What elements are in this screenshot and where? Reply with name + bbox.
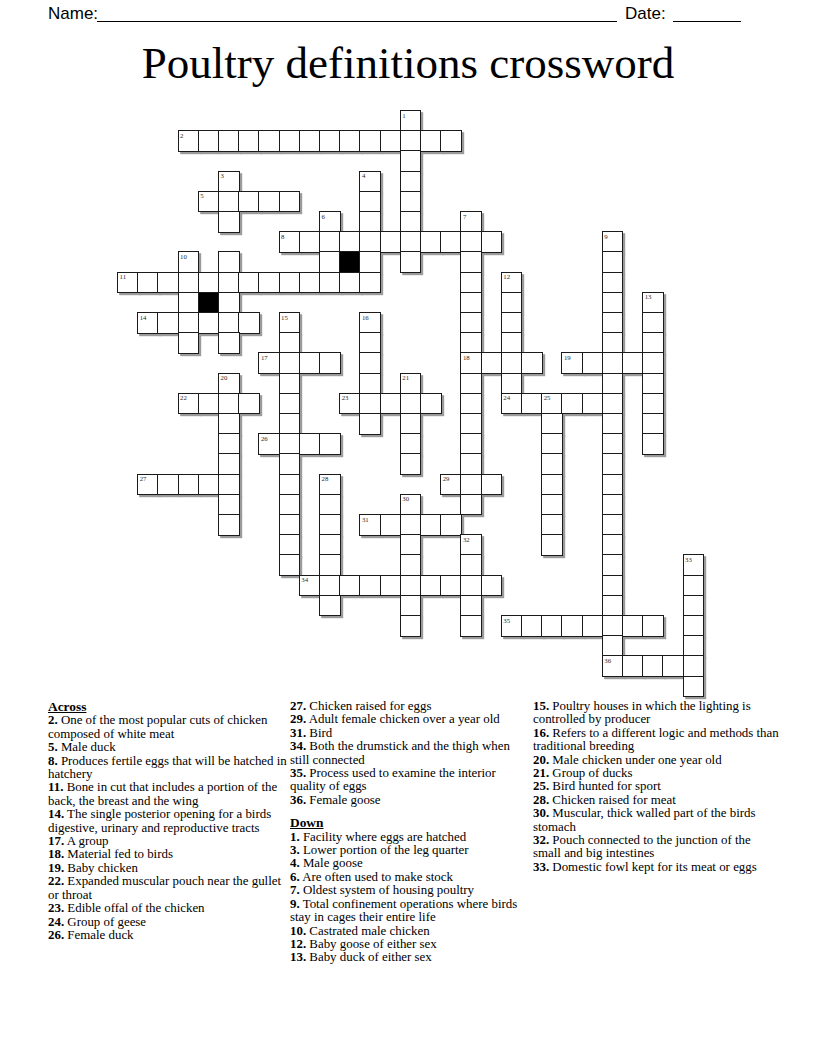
grid-cell[interactable] <box>400 615 422 637</box>
grid-cell[interactable] <box>460 272 482 294</box>
clue-number-label: 32. <box>533 833 549 847</box>
grid-cell[interactable] <box>218 433 240 455</box>
grid-cell[interactable] <box>198 130 220 152</box>
grid-cell[interactable] <box>440 514 462 536</box>
grid-cell[interactable] <box>460 332 482 354</box>
grid-cell[interactable]: 26 <box>258 433 280 455</box>
clue: 25. Bird hunted for sport <box>533 780 781 793</box>
grid-cell[interactable] <box>279 534 301 556</box>
clue: 5. Male duck <box>48 741 291 754</box>
grid-cell[interactable]: 17 <box>258 352 280 374</box>
grid-cell[interactable]: 22 <box>178 393 200 415</box>
grid-cell[interactable]: 3 <box>218 171 240 193</box>
grid-cell[interactable] <box>178 332 200 354</box>
grid-cell[interactable]: 2 <box>178 130 200 152</box>
grid-cell[interactable] <box>541 453 563 475</box>
grid-cell[interactable] <box>460 575 482 597</box>
grid-cell[interactable] <box>400 595 422 617</box>
cell-number: 16 <box>362 314 369 322</box>
cell-number: 18 <box>463 354 470 362</box>
grid-cell[interactable] <box>279 433 301 455</box>
grid-cell[interactable] <box>521 393 543 415</box>
clue: 21. Group of ducks <box>533 767 781 780</box>
grid-cell[interactable]: 30 <box>400 494 422 516</box>
grid-cell[interactable] <box>319 231 341 253</box>
grid-cell[interactable] <box>420 231 442 253</box>
clue: 27. Chicken raised for eggs <box>290 700 530 713</box>
date-input-line[interactable] <box>673 4 741 22</box>
cell-number: 27 <box>140 475 147 483</box>
grid-cell[interactable] <box>238 312 260 334</box>
grid-cell[interactable] <box>218 474 240 496</box>
clue-number-label: 14. <box>48 807 64 821</box>
clue: 14. The single posterior opening for a b… <box>48 808 291 835</box>
clue: 26. Female duck <box>48 929 291 942</box>
grid-cell[interactable] <box>642 433 664 455</box>
grid-cell[interactable] <box>218 272 240 294</box>
grid-cell[interactable] <box>359 393 381 415</box>
cell-number: 23 <box>342 394 349 402</box>
clue-column-1: Across2. One of the most popular cuts of… <box>48 700 291 942</box>
grid-cell[interactable] <box>561 393 583 415</box>
grid-cell[interactable] <box>400 251 422 273</box>
grid-cell[interactable] <box>359 211 381 233</box>
cell-number: 21 <box>402 374 409 382</box>
grid-cell[interactable] <box>198 272 220 294</box>
grid-cell[interactable] <box>279 373 301 395</box>
grid-cell[interactable] <box>460 433 482 455</box>
clue-number-label: 6. <box>290 870 300 884</box>
grid-cell[interactable]: 11 <box>117 272 139 294</box>
grid-cell[interactable] <box>481 474 503 496</box>
grid-cell[interactable] <box>319 514 341 536</box>
grid-cell[interactable] <box>440 231 462 253</box>
grid-cell[interactable] <box>279 554 301 576</box>
grid-cell[interactable] <box>602 595 624 617</box>
grid-cell[interactable] <box>622 352 644 374</box>
grid-cell[interactable] <box>339 231 361 253</box>
cell-number: 36 <box>604 657 611 665</box>
grid-cell[interactable]: 10 <box>178 251 200 273</box>
grid-cell[interactable]: 31 <box>359 514 381 536</box>
grid-cell[interactable] <box>380 514 402 536</box>
grid-cell[interactable]: 4 <box>359 171 381 193</box>
grid-cell[interactable] <box>460 615 482 637</box>
grid-cell[interactable]: 23 <box>339 393 361 415</box>
grid-cell[interactable] <box>400 575 422 597</box>
grid-cell[interactable] <box>602 554 624 576</box>
grid-cell[interactable] <box>602 373 624 395</box>
cell-number: 10 <box>180 253 187 261</box>
grid-cell[interactable] <box>602 312 624 334</box>
cell-number: 6 <box>322 213 325 221</box>
grid-cell[interactable]: 5 <box>198 191 220 213</box>
grid-cell[interactable]: 12 <box>501 272 523 294</box>
clue-number-label: 12. <box>290 937 306 951</box>
grid-cell[interactable] <box>319 130 341 152</box>
grid-cell[interactable] <box>400 211 422 233</box>
grid-cell[interactable] <box>218 494 240 516</box>
grid-cell[interactable] <box>481 352 503 374</box>
grid-cell[interactable] <box>642 655 664 677</box>
grid-cell[interactable] <box>602 393 624 415</box>
grid-cell[interactable] <box>541 494 563 516</box>
cell-number: 29 <box>443 475 450 483</box>
grid-cell[interactable] <box>460 595 482 617</box>
grid-cell[interactable] <box>683 595 705 617</box>
grid-cell[interactable] <box>258 272 280 294</box>
grid-cell[interactable] <box>642 413 664 435</box>
grid-cell[interactable] <box>460 393 482 415</box>
grid-cell[interactable] <box>683 635 705 657</box>
clue: 28. Chicken raised for meat <box>533 794 781 807</box>
grid-cell[interactable] <box>319 534 341 556</box>
grid-cell[interactable] <box>279 494 301 516</box>
grid-cell[interactable] <box>602 615 624 637</box>
grid-cell[interactable] <box>420 393 442 415</box>
grid-cell[interactable] <box>460 373 482 395</box>
grid-cell[interactable] <box>541 615 563 637</box>
grid-cell[interactable] <box>642 312 664 334</box>
grid-cell[interactable] <box>400 191 422 213</box>
grid-cell[interactable] <box>541 413 563 435</box>
grid-cell[interactable] <box>602 514 624 536</box>
grid-cell[interactable] <box>400 130 422 152</box>
worksheet-page: Name: Date: Poultry definitions crosswor… <box>0 0 816 1056</box>
grid-cell[interactable] <box>683 655 705 677</box>
grid-cell[interactable] <box>359 231 381 253</box>
clue-number-label: 31. <box>290 726 306 740</box>
grid-cell[interactable] <box>218 130 240 152</box>
grid-cell[interactable] <box>319 352 341 374</box>
cell-number: 15 <box>281 314 288 322</box>
grid-cell[interactable] <box>460 413 482 435</box>
grid-cell[interactable] <box>258 130 280 152</box>
grid-cell[interactable] <box>602 494 624 516</box>
grid-cell[interactable] <box>602 292 624 314</box>
clue-number-label: 2. <box>48 713 58 727</box>
cell-number: 28 <box>322 475 329 483</box>
grid-cell[interactable]: 21 <box>400 373 422 395</box>
grid-cell[interactable] <box>521 615 543 637</box>
grid-cell[interactable] <box>279 393 301 415</box>
grid-cell[interactable] <box>359 352 381 374</box>
grid-cell[interactable] <box>198 312 220 334</box>
grid-cell[interactable] <box>541 433 563 455</box>
cell-number: 33 <box>685 556 692 564</box>
grid-cell[interactable] <box>218 413 240 435</box>
grid-cell[interactable] <box>319 251 341 273</box>
grid-cell[interactable] <box>157 312 179 334</box>
grid-cell[interactable] <box>683 676 705 698</box>
grid-cell[interactable] <box>380 130 402 152</box>
grid-cell[interactable] <box>279 191 301 213</box>
grid-cell[interactable]: 20 <box>218 373 240 395</box>
grid-cell[interactable]: 25 <box>541 393 563 415</box>
grid-cell[interactable] <box>238 393 260 415</box>
grid-cell[interactable] <box>319 554 341 576</box>
grid-cell[interactable] <box>541 514 563 536</box>
grid-cell[interactable] <box>359 373 381 395</box>
grid-cell[interactable] <box>400 514 422 536</box>
grid-cell[interactable] <box>218 251 240 273</box>
grid-cell[interactable]: 35 <box>501 615 523 637</box>
grid-cell[interactable] <box>440 130 462 152</box>
cell-number: 3 <box>221 172 224 180</box>
clue: 13. Baby duck of either sex <box>290 951 530 964</box>
grid-cell[interactable] <box>359 191 381 213</box>
grid-cell[interactable] <box>359 332 381 354</box>
grid-cell[interactable] <box>359 575 381 597</box>
grid-cell[interactable]: 27 <box>137 474 159 496</box>
grid-cell[interactable] <box>662 655 684 677</box>
clue: 12. Baby goose of either sex <box>290 938 530 951</box>
grid-cell[interactable] <box>501 292 523 314</box>
grid-cell[interactable]: 34 <box>299 575 321 597</box>
grid-cell[interactable] <box>460 554 482 576</box>
grid-cell[interactable] <box>218 312 240 334</box>
grid-cell[interactable] <box>642 332 664 354</box>
grid-cell[interactable] <box>602 534 624 556</box>
grid-cell[interactable]: 8 <box>279 231 301 253</box>
clue: 30. Muscular, thick walled part of the b… <box>533 807 781 834</box>
cell-number: 2 <box>180 132 183 140</box>
cell-number: 25 <box>544 394 551 402</box>
grid-cell[interactable]: 7 <box>460 211 482 233</box>
clue: 22. Expanded muscular pouch near the gul… <box>48 875 291 902</box>
grid-cell[interactable]: 13 <box>642 292 664 314</box>
grid-cell[interactable] <box>460 292 482 314</box>
grid-cell[interactable] <box>218 191 240 213</box>
grid-cell[interactable] <box>460 474 482 496</box>
grid-cell[interactable] <box>198 393 220 415</box>
clue: 9. Total confinement operations where bi… <box>290 898 530 925</box>
grid-cell[interactable] <box>400 150 422 172</box>
grid-cell[interactable] <box>238 272 260 294</box>
grid-cell[interactable] <box>279 130 301 152</box>
grid-cell[interactable] <box>460 453 482 475</box>
grid-cell[interactable] <box>339 130 361 152</box>
grid-cell[interactable] <box>602 635 624 657</box>
grid-cell[interactable] <box>582 352 604 374</box>
grid-cell[interactable] <box>218 514 240 536</box>
grid-cell[interactable] <box>400 413 422 435</box>
clue-column-3: 15. Poultry houses in which the lighting… <box>533 700 781 874</box>
grid-cell[interactable] <box>178 272 200 294</box>
grid-cell[interactable] <box>400 554 422 576</box>
grid-cell[interactable] <box>299 272 321 294</box>
cell-number: 34 <box>301 576 308 584</box>
grid-cell[interactable] <box>582 393 604 415</box>
grid-cell[interactable] <box>359 413 381 435</box>
grid-cell[interactable] <box>400 433 422 455</box>
clue-number-label: 5. <box>48 740 58 754</box>
grid-cell[interactable] <box>582 615 604 637</box>
clue-number-label: 18. <box>48 847 64 861</box>
grid-cell[interactable]: 18 <box>460 352 482 374</box>
grid-cell[interactable] <box>602 413 624 435</box>
grid-cell[interactable] <box>279 332 301 354</box>
grid-cell[interactable] <box>602 272 624 294</box>
grid-cell[interactable] <box>460 312 482 334</box>
grid-cell[interactable]: 28 <box>319 474 341 496</box>
grid-cell[interactable] <box>380 575 402 597</box>
grid-cell[interactable] <box>683 575 705 597</box>
cell-number: 13 <box>645 293 652 301</box>
clue: 32. Pouch connected to the junction of t… <box>533 834 781 861</box>
clue: 16. Refers to a different logic and meth… <box>533 727 781 754</box>
clue: 31. Bird <box>290 727 530 740</box>
grid-cell[interactable] <box>218 393 240 415</box>
cell-number: 17 <box>261 354 268 362</box>
grid-cell[interactable] <box>420 130 442 152</box>
grid-cell[interactable]: 29 <box>440 474 462 496</box>
clue-number-label: 23. <box>48 901 64 915</box>
clue-number-label: 13. <box>290 950 306 964</box>
grid-cell[interactable] <box>319 272 341 294</box>
grid-cell[interactable] <box>642 352 664 374</box>
grid-cell[interactable] <box>218 332 240 354</box>
grid-cell[interactable] <box>380 231 402 253</box>
grid-cell[interactable] <box>258 191 280 213</box>
grid-cell[interactable] <box>178 292 200 314</box>
grid-cell[interactable] <box>299 352 321 374</box>
grid-cell[interactable] <box>157 474 179 496</box>
grid-cell[interactable] <box>380 393 402 415</box>
page-title: Poultry definitions crossword <box>0 40 816 87</box>
clue-number-label: 22. <box>48 874 64 888</box>
grid-cell[interactable] <box>400 534 422 556</box>
grid-cell[interactable] <box>481 231 503 253</box>
cell-number: 14 <box>140 314 147 322</box>
grid-cell[interactable] <box>683 615 705 637</box>
grid-cell[interactable] <box>299 433 321 455</box>
grid-cell[interactable] <box>602 332 624 354</box>
grid-cell[interactable] <box>460 231 482 253</box>
grid-cell[interactable] <box>299 231 321 253</box>
grid-cell[interactable] <box>319 575 341 597</box>
grid-cell[interactable] <box>279 413 301 435</box>
grid-cell[interactable] <box>602 352 624 374</box>
grid-cell[interactable]: 6 <box>319 211 341 233</box>
grid-cell[interactable] <box>359 272 381 294</box>
cell-number: 8 <box>281 233 284 241</box>
grid-cell[interactable] <box>602 474 624 496</box>
clue-section-header: Down <box>290 815 323 830</box>
name-label: Name: <box>48 4 98 24</box>
grid-cell[interactable] <box>238 191 260 213</box>
grid-cell[interactable] <box>279 474 301 496</box>
grid-cell[interactable] <box>319 433 341 455</box>
grid-cell[interactable] <box>137 272 159 294</box>
grid-cell[interactable] <box>420 514 442 536</box>
grid-cell[interactable]: 1 <box>400 110 422 132</box>
grid-cell[interactable]: 16 <box>359 312 381 334</box>
grid-cell[interactable] <box>319 494 341 516</box>
grid-cell[interactable] <box>198 474 220 496</box>
clue-number-label: 11. <box>48 780 63 794</box>
grid-cell[interactable] <box>602 575 624 597</box>
grid-cell[interactable] <box>521 352 543 374</box>
grid-cell[interactable] <box>279 352 301 374</box>
grid-cell[interactable] <box>400 393 422 415</box>
grid-cell[interactable] <box>642 615 664 637</box>
clue-number-label: 36. <box>290 793 306 807</box>
grid-cell[interactable] <box>501 332 523 354</box>
clue: 6. Are often used to make stock <box>290 871 530 884</box>
grid-cell[interactable] <box>279 272 301 294</box>
grid-cell[interactable] <box>238 130 260 152</box>
cell-number: 4 <box>362 172 365 180</box>
grid-cell[interactable] <box>481 575 503 597</box>
grid-cell[interactable] <box>622 655 644 677</box>
grid-cell[interactable]: 32 <box>460 534 482 556</box>
grid-cell[interactable]: 36 <box>602 655 624 677</box>
grid-cell[interactable] <box>359 251 381 273</box>
grid-cell[interactable] <box>440 575 462 597</box>
grid-cell[interactable] <box>541 474 563 496</box>
grid-cell[interactable] <box>400 453 422 475</box>
name-input-line[interactable] <box>97 4 617 22</box>
grid-cell[interactable] <box>602 453 624 475</box>
clue-number-label: 20. <box>533 753 549 767</box>
grid-cell[interactable] <box>339 575 361 597</box>
grid-cell[interactable] <box>400 171 422 193</box>
clue: 8. Produces fertile eggs that will be ha… <box>48 755 291 782</box>
grid-cell[interactable] <box>218 453 240 475</box>
grid-cell[interactable] <box>218 211 240 233</box>
clue-number-label: 16. <box>533 726 549 740</box>
grid-cell[interactable] <box>622 615 644 637</box>
grid-cell[interactable] <box>157 272 179 294</box>
grid-cell[interactable] <box>420 575 442 597</box>
grid-cell[interactable]: 19 <box>561 352 583 374</box>
grid-cell[interactable]: 15 <box>279 312 301 334</box>
grid-cell[interactable]: 9 <box>602 231 624 253</box>
clue: 17. A group <box>48 835 291 848</box>
cell-number: 24 <box>503 394 510 402</box>
grid-cell[interactable]: 33 <box>683 554 705 576</box>
grid-cell[interactable] <box>642 393 664 415</box>
grid-cell[interactable] <box>218 292 240 314</box>
grid-cell[interactable] <box>501 373 523 395</box>
grid-cell[interactable] <box>501 352 523 374</box>
grid-cell[interactable] <box>299 130 321 152</box>
grid-cell[interactable] <box>279 453 301 475</box>
grid-cell[interactable] <box>178 474 200 496</box>
grid-cell[interactable] <box>460 251 482 273</box>
grid-cell[interactable] <box>178 312 200 334</box>
grid-cell[interactable]: 14 <box>137 312 159 334</box>
grid-cell[interactable]: 24 <box>501 393 523 415</box>
grid-cell[interactable] <box>501 312 523 334</box>
grid-cell[interactable] <box>319 595 341 617</box>
grid-cell[interactable] <box>400 231 422 253</box>
grid-cell[interactable] <box>279 514 301 536</box>
grid-cell[interactable] <box>642 373 664 395</box>
grid-cell[interactable] <box>602 251 624 273</box>
clue: 19. Baby chicken <box>48 862 291 875</box>
cell-number: 20 <box>221 374 228 382</box>
cell-number: 9 <box>604 233 607 241</box>
grid-cell[interactable] <box>541 534 563 556</box>
grid-cell[interactable] <box>602 433 624 455</box>
grid-cell[interactable] <box>359 130 381 152</box>
grid-cell[interactable] <box>460 494 482 516</box>
grid-cell[interactable] <box>339 272 361 294</box>
clue-number-label: 1. <box>290 830 300 844</box>
grid-cell[interactable] <box>561 615 583 637</box>
